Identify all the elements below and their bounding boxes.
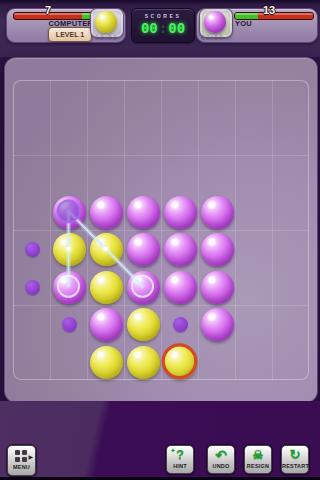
restart-refresh-icon: ↻	[282, 447, 308, 463]
menu-button-label: MENU	[8, 464, 35, 470]
board-cell[interactable]	[199, 344, 236, 382]
board-cell[interactable]	[125, 119, 162, 157]
board-cell[interactable]	[14, 344, 51, 382]
hint-button[interactable]: ✦ ? HINT	[166, 445, 194, 474]
board-cell[interactable]	[88, 306, 125, 344]
preview-dot	[25, 280, 40, 295]
purple-ball[interactable]	[164, 233, 197, 266]
computer-panel: 7 COMPUTER LEVEL 1 00:00	[6, 8, 126, 43]
purple-ball[interactable]	[90, 196, 123, 229]
undo-arrow-icon: ↶	[208, 447, 234, 463]
board-cell[interactable]	[88, 156, 125, 194]
restart-button[interactable]: ↻ RESTART	[281, 445, 309, 474]
hint-button-label: HINT	[167, 463, 193, 469]
board-cell[interactable]	[236, 269, 273, 307]
yellow-ball[interactable]	[90, 271, 123, 304]
board-cell[interactable]	[199, 119, 236, 157]
board-cell[interactable]	[273, 156, 310, 194]
purple-ball[interactable]	[90, 308, 123, 341]
board-cell[interactable]	[162, 231, 199, 269]
board-cell[interactable]	[51, 231, 88, 269]
board-cell[interactable]	[88, 269, 125, 307]
board-cell[interactable]	[162, 156, 199, 194]
board-cell[interactable]	[236, 344, 273, 382]
yellow-ball[interactable]	[164, 346, 197, 379]
purple-ball[interactable]	[164, 196, 197, 229]
board-cell[interactable]	[162, 81, 199, 119]
score-separator: :	[159, 20, 167, 36]
board-cell[interactable]	[125, 231, 162, 269]
computer-timer: 00:00	[95, 34, 118, 41]
board-cell[interactable]	[51, 119, 88, 157]
scoreboard: SCORES 00:00	[131, 8, 195, 43]
board-cell[interactable]	[88, 231, 125, 269]
menu-grid-icon	[15, 450, 28, 463]
board-cell[interactable]	[273, 81, 310, 119]
level-button[interactable]: LEVEL 1	[48, 27, 92, 42]
board-cell[interactable]	[125, 194, 162, 232]
you-timer: 00:00	[201, 34, 224, 41]
board-cell[interactable]	[14, 231, 51, 269]
yellow-ball[interactable]	[53, 233, 86, 266]
purple-ball[interactable]	[53, 196, 86, 229]
yellow-ball[interactable]	[127, 346, 160, 379]
board-cell[interactable]	[51, 156, 88, 194]
purple-ball[interactable]	[127, 196, 160, 229]
board-cell[interactable]	[125, 344, 162, 382]
board-cell[interactable]	[125, 306, 162, 344]
restart-button-label: RESTART	[282, 463, 308, 469]
board-cell[interactable]	[162, 306, 199, 344]
purple-ball[interactable]	[201, 233, 234, 266]
preview-dot	[173, 317, 188, 332]
board-cell[interactable]	[273, 306, 310, 344]
board-cell[interactable]	[273, 269, 310, 307]
board-cell[interactable]	[14, 269, 51, 307]
menu-button[interactable]: ▶ MENU	[7, 445, 36, 476]
score-right: 00	[168, 20, 185, 36]
board-cell[interactable]	[236, 231, 273, 269]
board-cell[interactable]	[199, 306, 236, 344]
board-cell[interactable]	[199, 231, 236, 269]
board-cell[interactable]	[162, 269, 199, 307]
board-cell[interactable]	[51, 194, 88, 232]
board-cell[interactable]	[14, 81, 51, 119]
purple-ball[interactable]	[127, 233, 160, 266]
undo-button-label: UNDO	[208, 463, 234, 469]
board-cell[interactable]	[51, 81, 88, 119]
bottom-bar: ▶ MENU ✦ ? HINT ↶ UNDO ☠ RESIGN ↻ RESTAR…	[0, 401, 320, 480]
board-cell[interactable]	[125, 81, 162, 119]
board-cell[interactable]	[199, 156, 236, 194]
board-cell[interactable]	[51, 306, 88, 344]
top-bar: 7 COMPUTER LEVEL 1 00:00 SCORES 00:00 YO…	[0, 0, 320, 57]
board-grid	[13, 80, 309, 380]
board-cell[interactable]	[199, 269, 236, 307]
board-cell[interactable]	[273, 119, 310, 157]
purple-ball[interactable]	[201, 308, 234, 341]
board-cell[interactable]	[88, 194, 125, 232]
you-color-ball-icon	[204, 11, 226, 33]
board-cell[interactable]	[125, 156, 162, 194]
computer-color-ball-icon	[95, 11, 117, 33]
game-screen: 7 COMPUTER LEVEL 1 00:00 SCORES 00:00 YO…	[0, 0, 320, 480]
board-cell[interactable]	[51, 269, 88, 307]
resign-button[interactable]: ☠ RESIGN	[244, 445, 272, 474]
board-cell[interactable]	[51, 344, 88, 382]
hint-sparkle-icon: ✦	[170, 447, 176, 455]
board-cell[interactable]	[273, 231, 310, 269]
resign-skull-icon: ☠	[245, 447, 271, 463]
preview-dot	[25, 242, 40, 257]
board-cell[interactable]	[199, 194, 236, 232]
board-cell[interactable]	[125, 269, 162, 307]
undo-button[interactable]: ↶ UNDO	[207, 445, 235, 474]
board-cell[interactable]	[236, 306, 273, 344]
board-cell[interactable]	[162, 119, 199, 157]
scores-label: SCORES	[132, 13, 194, 19]
board-cell[interactable]	[14, 156, 51, 194]
purple-ball[interactable]	[53, 271, 86, 304]
purple-ball[interactable]	[164, 271, 197, 304]
board-cell[interactable]	[162, 194, 199, 232]
yellow-ball[interactable]	[127, 308, 160, 341]
board-cell[interactable]	[273, 344, 310, 382]
computer-ball-count: 7	[45, 4, 51, 16]
board-cell[interactable]	[14, 306, 51, 344]
board-cell[interactable]	[88, 119, 125, 157]
yellow-ball[interactable]	[90, 346, 123, 379]
you-name-label: YOU	[235, 19, 252, 28]
you-ball-count: 13	[263, 4, 275, 16]
score-left: 00	[141, 20, 158, 36]
resign-button-label: RESIGN	[245, 463, 271, 469]
board-cell[interactable]	[236, 81, 273, 119]
purple-ball[interactable]	[201, 196, 234, 229]
board-cell[interactable]	[162, 344, 199, 382]
board-cell[interactable]	[236, 156, 273, 194]
board-cell[interactable]	[88, 344, 125, 382]
purple-ball[interactable]	[201, 271, 234, 304]
score-digits: 00:00	[132, 20, 194, 36]
board-cell[interactable]	[14, 119, 51, 157]
yellow-ball[interactable]	[90, 233, 123, 266]
board-cell[interactable]	[88, 81, 125, 119]
purple-ball[interactable]	[127, 271, 160, 304]
menu-arrow-icon: ▶	[28, 453, 33, 460]
board-cell[interactable]	[273, 194, 310, 232]
you-panel: YOU 13 00:00	[196, 8, 318, 43]
preview-dot	[62, 317, 77, 332]
board-cell[interactable]	[199, 81, 236, 119]
you-health-green-segment	[235, 13, 258, 19]
board-cell[interactable]	[14, 194, 51, 232]
board-cell[interactable]	[236, 194, 273, 232]
board-panel	[4, 57, 318, 403]
board-cell[interactable]	[236, 119, 273, 157]
